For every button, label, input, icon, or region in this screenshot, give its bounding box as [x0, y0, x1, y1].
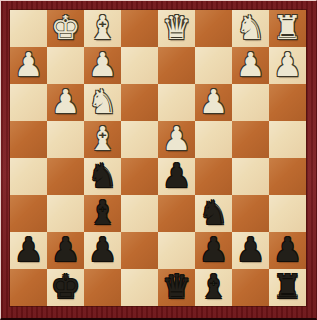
square-c3[interactable]: ♟ [195, 84, 232, 121]
square-g5[interactable] [47, 158, 84, 195]
square-g6[interactable] [47, 195, 84, 232]
square-a2[interactable]: ♟ [269, 47, 306, 84]
square-d8[interactable]: ♛ [158, 269, 195, 306]
square-a7[interactable]: ♟ [269, 232, 306, 269]
square-g4[interactable] [47, 121, 84, 158]
square-a4[interactable] [269, 121, 306, 158]
white-pawn: ♟ [199, 84, 229, 120]
square-e6[interactable] [121, 195, 158, 232]
square-b4[interactable] [232, 121, 269, 158]
square-c2[interactable] [195, 47, 232, 84]
square-c5[interactable] [195, 158, 232, 195]
square-b8[interactable] [232, 269, 269, 306]
white-pawn: ♟ [236, 47, 266, 83]
square-e5[interactable] [121, 158, 158, 195]
black-pawn: ♟ [236, 232, 266, 268]
square-b7[interactable]: ♟ [232, 232, 269, 269]
square-d5[interactable]: ♟ [158, 158, 195, 195]
square-d2[interactable] [158, 47, 195, 84]
square-g3[interactable]: ♟ [47, 84, 84, 121]
square-d7[interactable] [158, 232, 195, 269]
square-b5[interactable] [232, 158, 269, 195]
square-e3[interactable] [121, 84, 158, 121]
square-a8[interactable]: ♜ [269, 269, 306, 306]
black-queen: ♛ [162, 269, 192, 305]
white-queen: ♛ [162, 10, 192, 46]
square-c6[interactable]: ♞ [195, 195, 232, 232]
square-g8[interactable]: ♚ [47, 269, 84, 306]
square-c7[interactable]: ♟ [195, 232, 232, 269]
square-h7[interactable]: ♟ [10, 232, 47, 269]
square-g1[interactable]: ♚ [47, 10, 84, 47]
square-f5[interactable]: ♞ [84, 158, 121, 195]
square-e8[interactable] [121, 269, 158, 306]
black-pawn: ♟ [51, 232, 81, 268]
white-bishop: ♝ [88, 10, 118, 46]
black-rook: ♜ [273, 269, 303, 305]
black-knight: ♞ [199, 195, 229, 231]
square-h4[interactable] [10, 121, 47, 158]
white-pawn: ♟ [88, 47, 118, 83]
square-e2[interactable] [121, 47, 158, 84]
white-rook: ♜ [273, 10, 303, 46]
white-pawn: ♟ [14, 47, 44, 83]
black-bishop: ♝ [199, 269, 229, 305]
square-e7[interactable] [121, 232, 158, 269]
square-f2[interactable]: ♟ [84, 47, 121, 84]
chess-board: ♚♝♛♞♜♟♟♟♟♟♞♟♝♟♞♟♝♞♟♟♟♟♟♟♚♛♝♜ [10, 10, 306, 306]
square-d4[interactable]: ♟ [158, 121, 195, 158]
black-bishop: ♝ [88, 195, 118, 231]
square-e4[interactable] [121, 121, 158, 158]
square-f4[interactable]: ♝ [84, 121, 121, 158]
white-pawn: ♟ [273, 47, 303, 83]
square-h3[interactable] [10, 84, 47, 121]
square-a3[interactable] [269, 84, 306, 121]
black-pawn: ♟ [162, 158, 192, 194]
black-pawn: ♟ [14, 232, 44, 268]
square-e1[interactable] [121, 10, 158, 47]
black-knight: ♞ [88, 158, 118, 194]
square-f7[interactable]: ♟ [84, 232, 121, 269]
square-b3[interactable] [232, 84, 269, 121]
white-pawn: ♟ [162, 121, 192, 157]
white-knight: ♞ [88, 84, 118, 120]
square-c8[interactable]: ♝ [195, 269, 232, 306]
white-bishop: ♝ [88, 121, 118, 157]
board-frame: ♚♝♛♞♜♟♟♟♟♟♞♟♝♟♞♟♝♞♟♟♟♟♟♟♚♛♝♜ [0, 0, 317, 320]
black-pawn: ♟ [199, 232, 229, 268]
square-h5[interactable] [10, 158, 47, 195]
black-king: ♚ [51, 269, 81, 305]
square-h2[interactable]: ♟ [10, 47, 47, 84]
square-a6[interactable] [269, 195, 306, 232]
square-b1[interactable]: ♞ [232, 10, 269, 47]
white-pawn: ♟ [51, 84, 81, 120]
square-c1[interactable] [195, 10, 232, 47]
square-d1[interactable]: ♛ [158, 10, 195, 47]
white-knight: ♞ [236, 10, 266, 46]
square-h8[interactable] [10, 269, 47, 306]
square-h1[interactable] [10, 10, 47, 47]
square-f3[interactable]: ♞ [84, 84, 121, 121]
square-g7[interactable]: ♟ [47, 232, 84, 269]
square-b6[interactable] [232, 195, 269, 232]
square-f1[interactable]: ♝ [84, 10, 121, 47]
square-h6[interactable] [10, 195, 47, 232]
square-d3[interactable] [158, 84, 195, 121]
black-pawn: ♟ [88, 232, 118, 268]
white-king: ♚ [51, 10, 81, 46]
square-d6[interactable] [158, 195, 195, 232]
square-a5[interactable] [269, 158, 306, 195]
square-f8[interactable] [84, 269, 121, 306]
square-b2[interactable]: ♟ [232, 47, 269, 84]
square-f6[interactable]: ♝ [84, 195, 121, 232]
square-a1[interactable]: ♜ [269, 10, 306, 47]
square-g2[interactable] [47, 47, 84, 84]
black-pawn: ♟ [273, 232, 303, 268]
square-c4[interactable] [195, 121, 232, 158]
